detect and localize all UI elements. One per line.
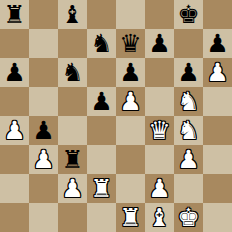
white-knight[interactable]: ♞: [177, 87, 199, 116]
square-h7[interactable]: ♟: [203, 29, 232, 58]
square-g3[interactable]: ♟: [174, 145, 203, 174]
square-h6[interactable]: ♟: [203, 58, 232, 87]
square-g4[interactable]: ♞: [174, 116, 203, 145]
black-queen[interactable]: ♛: [119, 29, 141, 58]
black-pawn[interactable]: ♟: [3, 58, 25, 87]
square-c1[interactable]: [58, 203, 87, 232]
black-bishop[interactable]: ♝: [61, 0, 83, 29]
white-pawn[interactable]: ♟: [32, 145, 54, 174]
square-e3[interactable]: [116, 145, 145, 174]
square-c5[interactable]: [58, 87, 87, 116]
black-king[interactable]: ♚: [177, 0, 199, 29]
white-pawn[interactable]: ♟: [148, 174, 170, 203]
square-g6[interactable]: ♟: [174, 58, 203, 87]
square-b6[interactable]: [29, 58, 58, 87]
square-d3[interactable]: [87, 145, 116, 174]
black-pawn[interactable]: ♟: [148, 29, 170, 58]
square-g5[interactable]: ♞: [174, 87, 203, 116]
square-a5[interactable]: [0, 87, 29, 116]
square-d1[interactable]: [87, 203, 116, 232]
square-f8[interactable]: [145, 0, 174, 29]
square-b8[interactable]: [29, 0, 58, 29]
white-knight[interactable]: ♞: [177, 116, 199, 145]
square-a1[interactable]: [0, 203, 29, 232]
black-pawn[interactable]: ♟: [119, 58, 141, 87]
square-f3[interactable]: [145, 145, 174, 174]
square-e5[interactable]: ♟: [116, 87, 145, 116]
square-g2[interactable]: [174, 174, 203, 203]
black-knight[interactable]: ♞: [61, 58, 83, 87]
square-c4[interactable]: [58, 116, 87, 145]
square-h4[interactable]: [203, 116, 232, 145]
black-pawn[interactable]: ♟: [90, 87, 112, 116]
square-c3[interactable]: ♜: [58, 145, 87, 174]
square-h8[interactable]: [203, 0, 232, 29]
square-g1[interactable]: ♚: [174, 203, 203, 232]
black-rook[interactable]: ♜: [3, 0, 25, 29]
square-b4[interactable]: ♟: [29, 116, 58, 145]
square-b5[interactable]: [29, 87, 58, 116]
square-a7[interactable]: [0, 29, 29, 58]
chess-board: ♜♝♚♞♛♟♟♟♞♟♟♟♟♟♞♟♟♛♞♟♜♟♟♜♟♜♝♚: [0, 0, 232, 232]
square-e7[interactable]: ♛: [116, 29, 145, 58]
square-e2[interactable]: [116, 174, 145, 203]
square-c8[interactable]: ♝: [58, 0, 87, 29]
black-pawn[interactable]: ♟: [177, 58, 199, 87]
square-f6[interactable]: [145, 58, 174, 87]
square-d7[interactable]: ♞: [87, 29, 116, 58]
square-f7[interactable]: ♟: [145, 29, 174, 58]
black-knight[interactable]: ♞: [90, 29, 112, 58]
square-d6[interactable]: [87, 58, 116, 87]
square-c7[interactable]: [58, 29, 87, 58]
square-b3[interactable]: ♟: [29, 145, 58, 174]
square-h1[interactable]: [203, 203, 232, 232]
square-d5[interactable]: ♟: [87, 87, 116, 116]
white-pawn[interactable]: ♟: [119, 87, 141, 116]
square-a3[interactable]: [0, 145, 29, 174]
square-a6[interactable]: ♟: [0, 58, 29, 87]
square-a8[interactable]: ♜: [0, 0, 29, 29]
square-h3[interactable]: [203, 145, 232, 174]
square-a2[interactable]: [0, 174, 29, 203]
square-c2[interactable]: ♟: [58, 174, 87, 203]
black-rook[interactable]: ♜: [61, 145, 83, 174]
square-e4[interactable]: [116, 116, 145, 145]
white-pawn[interactable]: ♟: [206, 58, 228, 87]
square-h2[interactable]: [203, 174, 232, 203]
black-pawn[interactable]: ♟: [206, 29, 228, 58]
square-h5[interactable]: [203, 87, 232, 116]
square-f2[interactable]: ♟: [145, 174, 174, 203]
square-b2[interactable]: [29, 174, 58, 203]
square-b7[interactable]: [29, 29, 58, 58]
square-e8[interactable]: [116, 0, 145, 29]
white-pawn[interactable]: ♟: [61, 174, 83, 203]
white-pawn[interactable]: ♟: [177, 145, 199, 174]
square-f5[interactable]: [145, 87, 174, 116]
square-d8[interactable]: [87, 0, 116, 29]
black-pawn[interactable]: ♟: [32, 116, 54, 145]
square-a4[interactable]: ♟: [0, 116, 29, 145]
square-d4[interactable]: [87, 116, 116, 145]
square-e1[interactable]: ♜: [116, 203, 145, 232]
square-d2[interactable]: ♜: [87, 174, 116, 203]
square-b1[interactable]: [29, 203, 58, 232]
square-g7[interactable]: [174, 29, 203, 58]
white-king[interactable]: ♚: [177, 203, 199, 232]
white-rook[interactable]: ♜: [119, 203, 141, 232]
white-bishop[interactable]: ♝: [148, 203, 170, 232]
white-pawn[interactable]: ♟: [3, 116, 25, 145]
white-queen[interactable]: ♛: [148, 116, 170, 145]
square-c6[interactable]: ♞: [58, 58, 87, 87]
square-e6[interactable]: ♟: [116, 58, 145, 87]
square-f4[interactable]: ♛: [145, 116, 174, 145]
square-g8[interactable]: ♚: [174, 0, 203, 29]
square-f1[interactable]: ♝: [145, 203, 174, 232]
white-rook[interactable]: ♜: [90, 174, 112, 203]
